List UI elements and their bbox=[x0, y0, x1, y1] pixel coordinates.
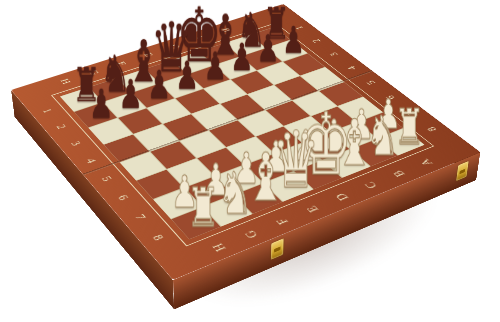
piece-white-knight[interactable]: ♞ bbox=[217, 168, 252, 217]
rank-label: 5 bbox=[353, 75, 388, 91]
piece-black-pawn[interactable]: ♟ bbox=[89, 87, 113, 121]
piece-black-pawn[interactable]: ♟ bbox=[119, 77, 143, 111]
piece-black-pawn[interactable]: ♟ bbox=[230, 41, 253, 73]
brass-clasp bbox=[456, 161, 468, 181]
piece-black-pawn[interactable]: ♟ bbox=[148, 68, 172, 101]
rank-label: 3 bbox=[316, 47, 349, 62]
chess-set-photo: ♜♞♝♛♚♝♞♜♟♟♟♟♟♟♟♟♟♟♟♟♟♟♟♟♜♞♝♛♚♝♞♜ HGFEDCB… bbox=[0, 0, 500, 322]
rank-label: 7 bbox=[120, 206, 161, 228]
brass-clasp bbox=[271, 238, 284, 259]
piece-black-pawn[interactable]: ♟ bbox=[176, 59, 200, 92]
piece-black-pawn[interactable]: ♟ bbox=[203, 50, 226, 83]
piece-black-pawn[interactable]: ♟ bbox=[257, 33, 280, 65]
piece-white-rook[interactable]: ♜ bbox=[187, 184, 220, 230]
rank-label: 1 bbox=[29, 102, 66, 119]
square-c3[interactable] bbox=[231, 71, 273, 94]
rank-label: 8 bbox=[137, 226, 179, 249]
